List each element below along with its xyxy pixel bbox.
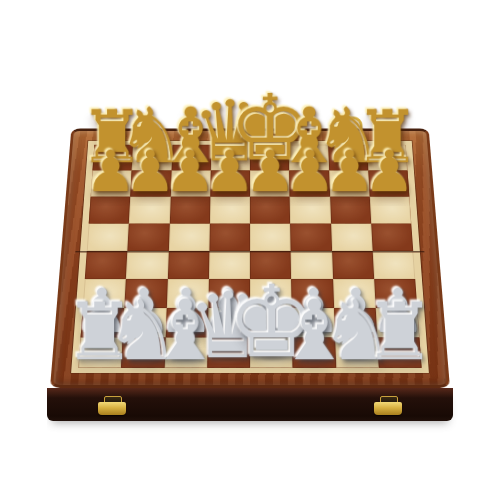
square-f1[interactable]: ♝ xyxy=(292,338,335,368)
square-b6[interactable] xyxy=(129,197,170,224)
square-c8[interactable]: ♝ xyxy=(171,145,211,171)
piece-silver-knight[interactable]: ♞ xyxy=(320,289,395,372)
square-f6[interactable] xyxy=(290,197,331,224)
square-c2[interactable]: ♟ xyxy=(165,308,208,338)
square-h4[interactable] xyxy=(372,251,415,279)
square-e1[interactable]: ♚ xyxy=(250,338,293,368)
box-front-panel xyxy=(47,388,453,421)
piece-silver-rook[interactable]: ♜ xyxy=(64,293,135,372)
piece-silver-pawn[interactable]: ♟ xyxy=(117,281,172,342)
square-f4[interactable] xyxy=(291,251,333,279)
piece-silver-pawn[interactable]: ♟ xyxy=(74,281,129,342)
square-h2[interactable]: ♟ xyxy=(375,308,419,338)
piece-silver-king[interactable]: ♚ xyxy=(227,273,316,372)
piece-gold-queen[interactable]: ♛ xyxy=(193,90,268,174)
square-h7[interactable]: ♟ xyxy=(368,170,409,196)
piece-silver-pawn[interactable]: ♟ xyxy=(329,281,384,342)
square-d2[interactable]: ♟ xyxy=(208,308,250,338)
square-c6[interactable] xyxy=(169,197,210,224)
piece-gold-rook[interactable]: ♜ xyxy=(355,101,420,174)
square-f3[interactable] xyxy=(291,279,333,308)
piece-silver-bishop[interactable]: ♝ xyxy=(277,289,352,372)
latch-left xyxy=(98,396,126,415)
square-a2[interactable]: ♟ xyxy=(81,308,125,338)
square-a6[interactable] xyxy=(89,197,131,224)
square-d7[interactable]: ♟ xyxy=(210,170,250,196)
latch-right-plate xyxy=(374,402,402,415)
piece-silver-bishop[interactable]: ♝ xyxy=(148,289,223,372)
square-c4[interactable] xyxy=(167,251,209,279)
square-b2[interactable]: ♟ xyxy=(123,308,166,338)
piece-gold-king[interactable]: ♚ xyxy=(229,83,311,174)
square-d5[interactable] xyxy=(209,223,250,250)
square-c7[interactable]: ♟ xyxy=(170,170,210,196)
piece-gold-pawn[interactable]: ♟ xyxy=(85,143,136,200)
piece-gold-pawn[interactable]: ♟ xyxy=(364,143,415,200)
piece-gold-pawn[interactable]: ♟ xyxy=(324,143,375,200)
square-b4[interactable] xyxy=(126,251,168,279)
square-d3[interactable] xyxy=(208,279,250,308)
piece-gold-rook[interactable]: ♜ xyxy=(79,101,144,174)
piece-silver-pawn[interactable]: ♟ xyxy=(371,281,426,342)
square-b7[interactable]: ♟ xyxy=(130,170,171,196)
square-a7[interactable]: ♟ xyxy=(91,170,132,196)
square-d6[interactable] xyxy=(210,197,250,224)
piece-gold-knight[interactable]: ♞ xyxy=(314,97,383,174)
piece-gold-pawn[interactable]: ♟ xyxy=(204,143,255,200)
piece-gold-knight[interactable]: ♞ xyxy=(117,97,186,174)
square-g1[interactable]: ♞ xyxy=(335,338,379,368)
piece-gold-bishop[interactable]: ♝ xyxy=(156,97,225,174)
square-c1[interactable]: ♝ xyxy=(164,338,207,368)
square-d8[interactable]: ♛ xyxy=(211,145,250,171)
square-e6[interactable] xyxy=(250,197,290,224)
square-e3[interactable] xyxy=(250,279,292,308)
square-b5[interactable] xyxy=(128,223,170,250)
square-e8[interactable]: ♚ xyxy=(250,145,289,171)
square-e2[interactable]: ♟ xyxy=(250,308,292,338)
square-f8[interactable]: ♝ xyxy=(289,145,329,171)
square-g7[interactable]: ♟ xyxy=(329,170,370,196)
piece-silver-queen[interactable]: ♛ xyxy=(188,281,270,372)
square-h8[interactable]: ♜ xyxy=(367,145,408,171)
square-h1[interactable]: ♜ xyxy=(377,338,422,368)
square-a8[interactable]: ♜ xyxy=(92,145,133,171)
square-b3[interactable] xyxy=(125,279,168,308)
piece-gold-pawn[interactable]: ♟ xyxy=(125,143,176,200)
piece-gold-pawn[interactable]: ♟ xyxy=(164,143,215,200)
square-g2[interactable]: ♟ xyxy=(334,308,377,338)
square-f7[interactable]: ♟ xyxy=(289,170,329,196)
square-c3[interactable] xyxy=(166,279,208,308)
latch-right xyxy=(374,396,402,415)
square-d1[interactable]: ♛ xyxy=(207,338,250,368)
piece-silver-pawn[interactable]: ♟ xyxy=(202,281,257,342)
square-b1[interactable]: ♞ xyxy=(121,338,165,368)
piece-silver-knight[interactable]: ♞ xyxy=(105,289,180,372)
board-fold-seam xyxy=(75,251,424,253)
square-h6[interactable] xyxy=(370,197,412,224)
square-g6[interactable] xyxy=(330,197,371,224)
chess-board: ♜♞♝♛♚♝♞♜♟♟♟♟♟♟♟♟♟♟♟♟♟♟♟♟♜♞♝♛♚♝♞♜ xyxy=(50,129,450,388)
square-g5[interactable] xyxy=(331,223,373,250)
square-c5[interactable] xyxy=(168,223,209,250)
board-frame: ♜♞♝♛♚♝♞♜♟♟♟♟♟♟♟♟♟♟♟♟♟♟♟♟♜♞♝♛♚♝♞♜ xyxy=(50,129,450,388)
piece-silver-pawn[interactable]: ♟ xyxy=(159,281,214,342)
piece-gold-pawn[interactable]: ♟ xyxy=(244,143,295,200)
piece-silver-pawn[interactable]: ♟ xyxy=(286,281,341,342)
piece-silver-rook[interactable]: ♜ xyxy=(365,293,436,372)
square-f2[interactable]: ♟ xyxy=(292,308,335,338)
square-e5[interactable] xyxy=(250,223,291,250)
square-g4[interactable] xyxy=(332,251,374,279)
square-d4[interactable] xyxy=(209,251,250,279)
square-b8[interactable]: ♞ xyxy=(132,145,172,171)
latch-left-plate xyxy=(98,402,126,415)
square-e4[interactable] xyxy=(250,251,291,279)
clasp-ring-icon xyxy=(339,117,362,131)
piece-gold-bishop[interactable]: ♝ xyxy=(275,97,344,174)
square-g3[interactable] xyxy=(333,279,376,308)
piece-silver-pawn[interactable]: ♟ xyxy=(244,281,299,342)
square-e7[interactable]: ♟ xyxy=(250,170,290,196)
square-f5[interactable] xyxy=(290,223,331,250)
square-g8[interactable]: ♞ xyxy=(328,145,368,171)
square-a1[interactable]: ♜ xyxy=(78,338,123,368)
square-a3[interactable] xyxy=(83,279,126,308)
product-photo: ♜♞♝♛♚♝♞♜♟♟♟♟♟♟♟♟♟♟♟♟♟♟♟♟♜♞♝♛♚♝♞♜ xyxy=(0,0,500,500)
square-h5[interactable] xyxy=(371,223,413,250)
square-a5[interactable] xyxy=(87,223,129,250)
chessboard-scene: ♜♞♝♛♚♝♞♜♟♟♟♟♟♟♟♟♟♟♟♟♟♟♟♟♜♞♝♛♚♝♞♜ xyxy=(50,0,450,408)
piece-gold-pawn[interactable]: ♟ xyxy=(284,143,335,200)
square-h3[interactable] xyxy=(374,279,417,308)
square-a4[interactable] xyxy=(85,251,128,279)
board-squares: ♜♞♝♛♚♝♞♜♟♟♟♟♟♟♟♟♟♟♟♟♟♟♟♟♜♞♝♛♚♝♞♜ xyxy=(71,141,429,373)
